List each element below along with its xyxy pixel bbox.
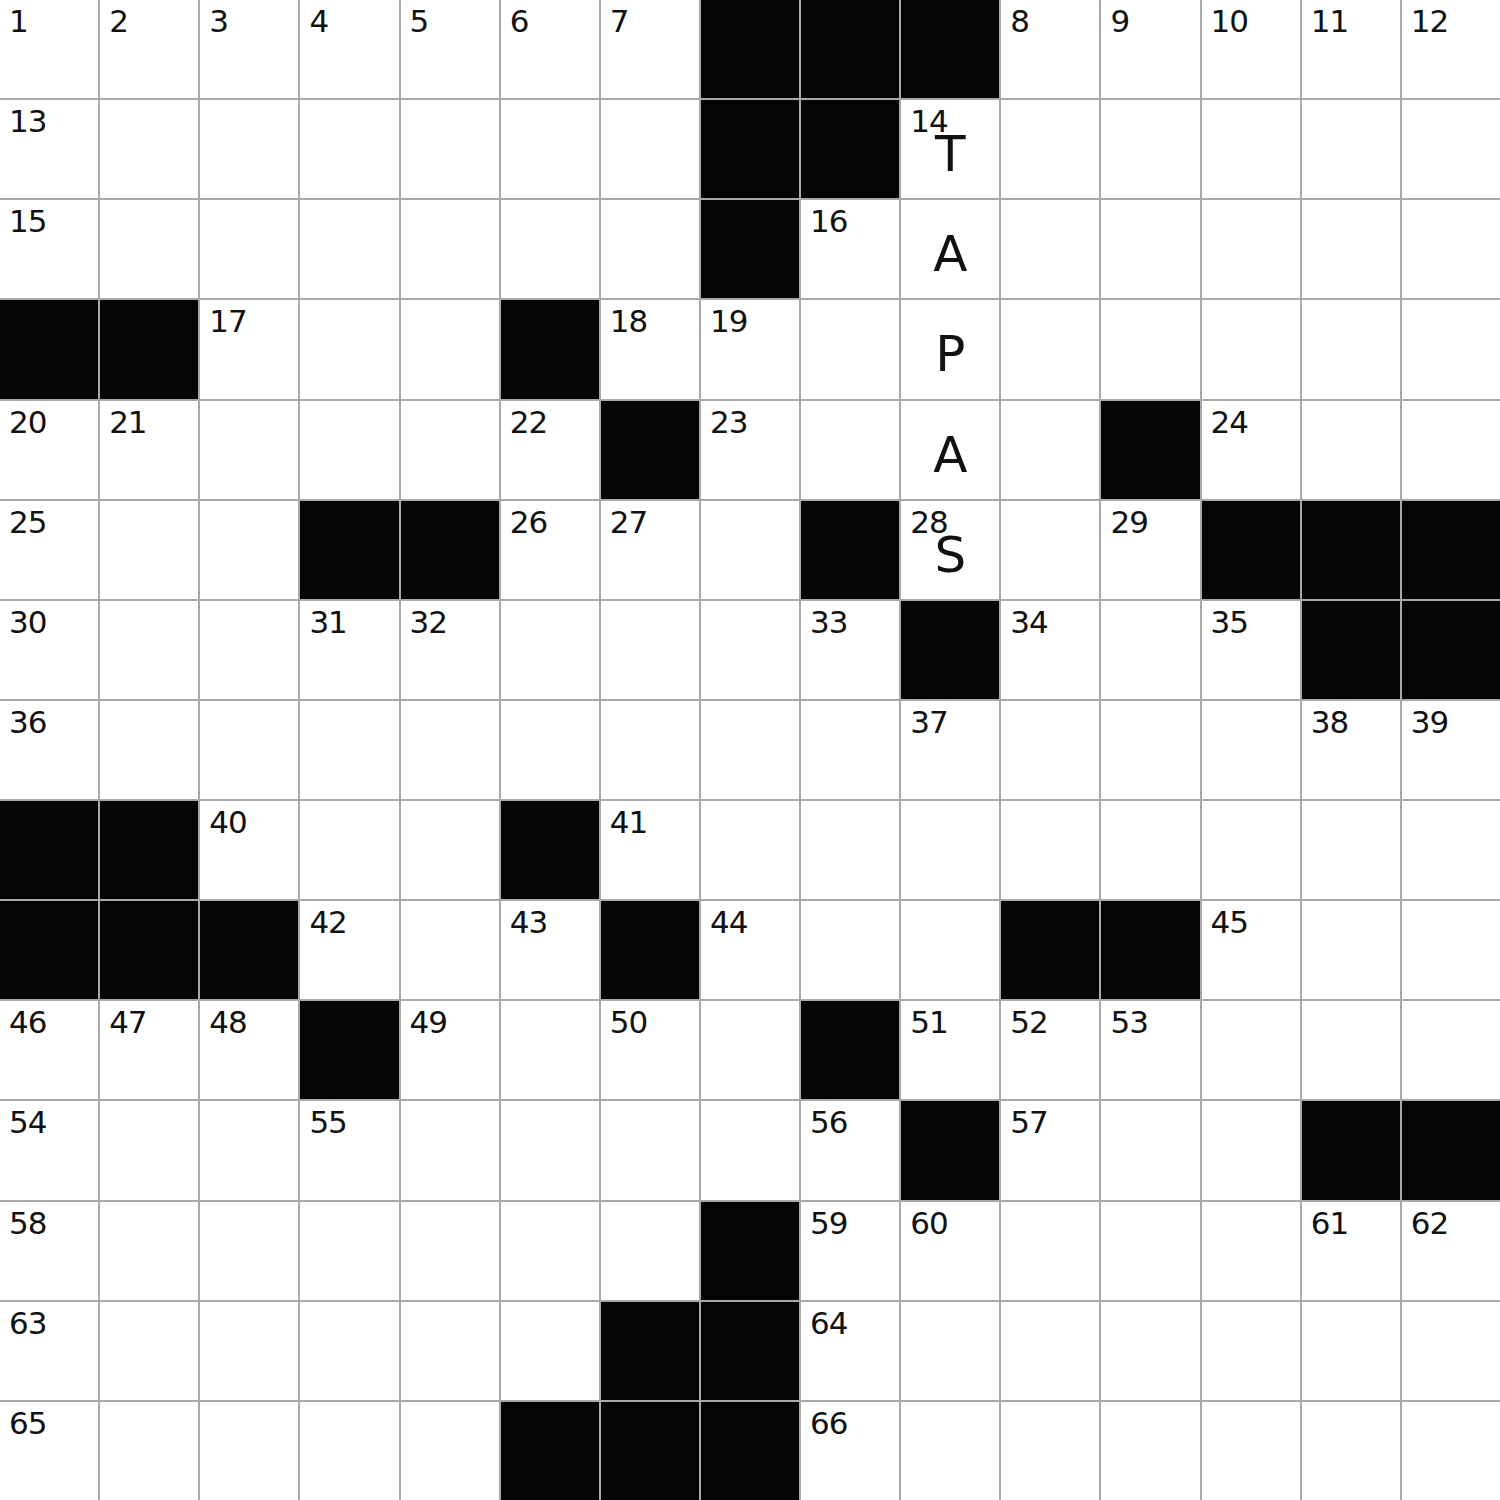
grid-cell[interactable] — [1402, 801, 1500, 899]
clue-number: 2 — [109, 6, 128, 37]
grid-cell[interactable] — [701, 501, 799, 599]
clue-number: 64 — [810, 1308, 847, 1339]
block-cell — [801, 0, 899, 98]
clue-number: 17 — [209, 306, 246, 337]
block-cell — [1302, 601, 1400, 699]
grid-cell[interactable] — [1302, 1001, 1400, 1099]
clue-number: 45 — [1211, 907, 1248, 938]
cell-letter: A — [901, 401, 999, 499]
grid-cell[interactable]: 5 — [401, 0, 499, 98]
clue-number: 59 — [810, 1208, 847, 1239]
grid-cell[interactable]: 31 — [300, 601, 398, 699]
grid-cell[interactable] — [1202, 801, 1300, 899]
grid-cell[interactable] — [1101, 1302, 1199, 1400]
block-cell — [100, 901, 198, 999]
clue-number: 4 — [309, 6, 328, 37]
grid-cell[interactable]: 40 — [200, 801, 298, 899]
block-cell — [1101, 901, 1199, 999]
grid-cell[interactable]: 18 — [601, 300, 699, 398]
grid-cell[interactable]: 63 — [0, 1302, 98, 1400]
block-cell — [1101, 401, 1199, 499]
grid-cell[interactable]: 8 — [1001, 0, 1099, 98]
clue-number: 11 — [1311, 6, 1348, 37]
clue-number: 48 — [209, 1007, 246, 1038]
clue-number: 24 — [1211, 407, 1248, 438]
grid-cell[interactable]: 54 — [0, 1101, 98, 1199]
clue-number: 52 — [1010, 1007, 1047, 1038]
grid-cell[interactable] — [401, 300, 499, 398]
grid-cell[interactable]: 21 — [100, 401, 198, 499]
grid-cell[interactable] — [1202, 701, 1300, 799]
grid-cell[interactable]: A — [901, 401, 999, 499]
grid-cell[interactable] — [100, 701, 198, 799]
grid-cell[interactable] — [300, 100, 398, 198]
grid-cell[interactable] — [1302, 1302, 1400, 1400]
clue-number: 6 — [510, 6, 529, 37]
grid-cell[interactable] — [1202, 1302, 1300, 1400]
clue-number: 56 — [810, 1107, 847, 1138]
grid-cell[interactable] — [601, 1202, 699, 1300]
grid-cell[interactable] — [1101, 200, 1199, 298]
clue-number: 15 — [9, 206, 46, 237]
block-cell — [1402, 501, 1500, 599]
grid-cell[interactable] — [401, 901, 499, 999]
grid-cell[interactable] — [1001, 801, 1099, 899]
clue-number: 27 — [610, 507, 647, 538]
grid-cell[interactable] — [300, 1302, 398, 1400]
block-cell — [801, 501, 899, 599]
clue-number: 61 — [1311, 1208, 1348, 1239]
clue-number: 41 — [610, 807, 647, 838]
grid-cell[interactable] — [1101, 100, 1199, 198]
clue-number: 38 — [1311, 707, 1348, 738]
grid-cell[interactable]: 12 — [1402, 0, 1500, 98]
clue-number: 30 — [9, 607, 46, 638]
grid-cell[interactable] — [1101, 1402, 1199, 1500]
grid-cell[interactable]: P — [901, 300, 999, 398]
grid-cell[interactable] — [1101, 701, 1199, 799]
grid-cell[interactable]: 65 — [0, 1402, 98, 1500]
grid-cell[interactable] — [1402, 1302, 1500, 1400]
grid-cell[interactable]: 58 — [0, 1202, 98, 1300]
grid-cell[interactable] — [200, 701, 298, 799]
grid-cell[interactable]: 38 — [1302, 701, 1400, 799]
clue-number: 29 — [1110, 507, 1147, 538]
grid-cell[interactable]: 6 — [501, 0, 599, 98]
grid-cell[interactable]: 60 — [901, 1202, 999, 1300]
grid-cell[interactable] — [701, 601, 799, 699]
block-cell — [601, 401, 699, 499]
grid-cell[interactable]: 28S — [901, 501, 999, 599]
block-cell — [601, 1302, 699, 1400]
grid-cell[interactable] — [401, 1101, 499, 1199]
grid-cell[interactable]: 30 — [0, 601, 98, 699]
clue-number: 26 — [510, 507, 547, 538]
grid-cell[interactable]: 26 — [501, 501, 599, 599]
clue-number: 62 — [1411, 1208, 1448, 1239]
clue-number: 32 — [410, 607, 447, 638]
grid-cell[interactable] — [801, 300, 899, 398]
clue-number: 54 — [9, 1107, 46, 1138]
clue-number: 20 — [9, 407, 46, 438]
grid-cell[interactable] — [300, 1202, 398, 1300]
clue-number: 49 — [410, 1007, 447, 1038]
clue-number: 65 — [9, 1408, 46, 1439]
grid-cell[interactable] — [401, 1402, 499, 1500]
block-cell — [401, 501, 499, 599]
grid-cell[interactable]: 4 — [300, 0, 398, 98]
grid-cell[interactable] — [501, 1001, 599, 1099]
clue-number: 58 — [9, 1208, 46, 1239]
grid-cell[interactable] — [200, 1101, 298, 1199]
clue-number: 51 — [910, 1007, 947, 1038]
clue-number: 9 — [1110, 6, 1129, 37]
grid-cell[interactable]: 33 — [801, 601, 899, 699]
block-cell — [701, 0, 799, 98]
grid-cell[interactable] — [501, 200, 599, 298]
clue-number: 18 — [610, 306, 647, 337]
grid-cell[interactable] — [1302, 300, 1400, 398]
grid-cell[interactable] — [601, 1101, 699, 1199]
grid-cell[interactable]: 16 — [801, 200, 899, 298]
grid-cell[interactable]: 35 — [1202, 601, 1300, 699]
block-cell — [901, 601, 999, 699]
grid-cell[interactable] — [1402, 1001, 1500, 1099]
grid-cell[interactable] — [1202, 1001, 1300, 1099]
block-cell — [1402, 1101, 1500, 1199]
grid-cell[interactable] — [200, 200, 298, 298]
clue-number: 44 — [710, 907, 747, 938]
grid-cell[interactable]: 27 — [601, 501, 699, 599]
grid-cell[interactable] — [1101, 300, 1199, 398]
grid-cell[interactable]: 46 — [0, 1001, 98, 1099]
crossword-grid: 1234567891011121314T1516A171819P20212223… — [0, 0, 1500, 1500]
grid-cell[interactable] — [200, 1302, 298, 1400]
grid-cell[interactable] — [300, 1402, 398, 1500]
cell-letter: A — [901, 200, 999, 298]
grid-cell[interactable]: 7 — [601, 0, 699, 98]
grid-cell[interactable]: 53 — [1101, 1001, 1199, 1099]
grid-cell[interactable] — [801, 401, 899, 499]
grid-cell[interactable]: 11 — [1302, 0, 1400, 98]
grid-cell[interactable] — [1101, 601, 1199, 699]
block-cell — [501, 801, 599, 899]
grid-cell[interactable] — [300, 300, 398, 398]
grid-cell[interactable] — [501, 1302, 599, 1400]
block-cell — [0, 801, 98, 899]
grid-cell[interactable] — [501, 601, 599, 699]
block-cell — [1402, 601, 1500, 699]
clue-number: 50 — [610, 1007, 647, 1038]
block-cell — [701, 100, 799, 198]
grid-cell[interactable] — [1202, 1202, 1300, 1300]
grid-cell[interactable]: 56 — [801, 1101, 899, 1199]
grid-cell[interactable]: 9 — [1101, 0, 1199, 98]
grid-cell[interactable]: 42 — [300, 901, 398, 999]
clue-number: 60 — [910, 1208, 947, 1239]
grid-cell[interactable] — [401, 1302, 499, 1400]
grid-cell[interactable] — [1202, 300, 1300, 398]
grid-cell[interactable]: 66 — [801, 1402, 899, 1500]
grid-cell[interactable]: 59 — [801, 1202, 899, 1300]
grid-cell[interactable] — [1101, 801, 1199, 899]
grid-cell[interactable]: 51 — [901, 1001, 999, 1099]
block-cell — [901, 0, 999, 98]
grid-cell[interactable] — [200, 501, 298, 599]
grid-cell[interactable] — [1302, 200, 1400, 298]
grid-cell[interactable]: 47 — [100, 1001, 198, 1099]
grid-cell[interactable] — [901, 1402, 999, 1500]
grid-cell[interactable]: 22 — [501, 401, 599, 499]
grid-cell[interactable] — [1001, 501, 1099, 599]
block-cell — [100, 300, 198, 398]
block-cell — [901, 1101, 999, 1199]
block-cell — [1202, 501, 1300, 599]
clue-number: 34 — [1010, 607, 1047, 638]
grid-cell[interactable] — [1302, 401, 1400, 499]
grid-cell[interactable] — [901, 1302, 999, 1400]
grid-cell[interactable] — [200, 601, 298, 699]
grid-cell[interactable]: 24 — [1202, 401, 1300, 499]
grid-cell[interactable]: 49 — [401, 1001, 499, 1099]
grid-cell[interactable]: 3 — [200, 0, 298, 98]
grid-cell[interactable] — [601, 200, 699, 298]
grid-cell[interactable]: 41 — [601, 801, 699, 899]
grid-cell[interactable]: 57 — [1001, 1101, 1099, 1199]
grid-cell[interactable] — [401, 401, 499, 499]
grid-cell[interactable] — [100, 1101, 198, 1199]
clue-number: 16 — [810, 206, 847, 237]
clue-number: 25 — [9, 507, 46, 538]
grid-cell[interactable] — [1402, 300, 1500, 398]
grid-cell[interactable] — [1302, 1402, 1400, 1500]
block-cell — [801, 1001, 899, 1099]
grid-cell[interactable]: 45 — [1202, 901, 1300, 999]
grid-cell[interactable] — [1001, 1202, 1099, 1300]
clue-number: 12 — [1411, 6, 1448, 37]
grid-cell[interactable] — [100, 200, 198, 298]
grid-cell[interactable] — [200, 100, 298, 198]
grid-cell[interactable] — [901, 801, 999, 899]
grid-cell[interactable] — [1402, 401, 1500, 499]
block-cell — [1302, 501, 1400, 599]
grid-cell[interactable] — [1202, 100, 1300, 198]
grid-cell[interactable] — [901, 901, 999, 999]
grid-cell[interactable] — [1402, 100, 1500, 198]
grid-cell[interactable]: 62 — [1402, 1202, 1500, 1300]
block-cell — [100, 801, 198, 899]
clue-number: 22 — [510, 407, 547, 438]
grid-cell[interactable] — [501, 100, 599, 198]
grid-cell[interactable]: 32 — [401, 601, 499, 699]
grid-cell[interactable] — [701, 1001, 799, 1099]
grid-cell[interactable] — [1402, 1402, 1500, 1500]
grid-cell[interactable] — [401, 100, 499, 198]
grid-cell[interactable] — [401, 701, 499, 799]
block-cell — [300, 501, 398, 599]
clue-number: 8 — [1010, 6, 1029, 37]
grid-cell[interactable] — [801, 701, 899, 799]
clue-number: 46 — [9, 1007, 46, 1038]
clue-number: 23 — [710, 407, 747, 438]
block-cell — [1001, 901, 1099, 999]
block-cell — [701, 1202, 799, 1300]
clue-number: 35 — [1211, 607, 1248, 638]
grid-cell[interactable]: 20 — [0, 401, 98, 499]
grid-cell[interactable]: 2 — [100, 0, 198, 98]
grid-cell[interactable]: 34 — [1001, 601, 1099, 699]
grid-cell[interactable] — [200, 1402, 298, 1500]
block-cell — [701, 200, 799, 298]
grid-cell[interactable]: 13 — [0, 100, 98, 198]
grid-cell[interactable]: 43 — [501, 901, 599, 999]
block-cell — [801, 100, 899, 198]
clue-number: 40 — [209, 807, 246, 838]
block-cell — [601, 1402, 699, 1500]
clue-number: 13 — [9, 106, 46, 137]
grid-cell[interactable] — [1001, 200, 1099, 298]
grid-cell[interactable]: 1 — [0, 0, 98, 98]
grid-cell[interactable]: 19 — [701, 300, 799, 398]
grid-cell[interactable]: 50 — [601, 1001, 699, 1099]
clue-number: 53 — [1110, 1007, 1147, 1038]
grid-cell[interactable] — [1001, 300, 1099, 398]
cell-letter: T — [901, 100, 999, 198]
grid-cell[interactable] — [1302, 901, 1400, 999]
grid-cell[interactable] — [701, 701, 799, 799]
grid-cell[interactable] — [601, 601, 699, 699]
clue-number: 7 — [610, 6, 629, 37]
grid-cell[interactable] — [1101, 1101, 1199, 1199]
grid-cell[interactable] — [300, 200, 398, 298]
grid-cell[interactable]: 23 — [701, 401, 799, 499]
grid-cell[interactable]: 15 — [0, 200, 98, 298]
grid-cell[interactable]: 64 — [801, 1302, 899, 1400]
grid-cell[interactable] — [501, 1101, 599, 1199]
clue-number: 33 — [810, 607, 847, 638]
grid-cell[interactable] — [1101, 1202, 1199, 1300]
grid-cell[interactable] — [401, 801, 499, 899]
clue-number: 19 — [710, 306, 747, 337]
grid-cell[interactable] — [501, 701, 599, 799]
grid-cell[interactable] — [1001, 100, 1099, 198]
block-cell — [501, 1402, 599, 1500]
grid-cell[interactable] — [701, 1101, 799, 1199]
grid-cell[interactable] — [1001, 701, 1099, 799]
clue-number: 39 — [1411, 707, 1448, 738]
grid-cell[interactable] — [601, 100, 699, 198]
block-cell — [0, 300, 98, 398]
grid-cell[interactable] — [1302, 801, 1400, 899]
grid-cell[interactable] — [1202, 1402, 1300, 1500]
clue-number: 63 — [9, 1308, 46, 1339]
grid-cell[interactable] — [1402, 901, 1500, 999]
grid-cell[interactable] — [300, 701, 398, 799]
block-cell — [200, 901, 298, 999]
cell-letter: P — [901, 300, 999, 398]
grid-cell[interactable] — [200, 401, 298, 499]
clue-number: 42 — [309, 907, 346, 938]
grid-cell[interactable] — [401, 200, 499, 298]
grid-cell[interactable]: 44 — [701, 901, 799, 999]
clue-number: 43 — [510, 907, 547, 938]
grid-cell[interactable]: 61 — [1302, 1202, 1400, 1300]
grid-cell[interactable] — [1001, 1402, 1099, 1500]
grid-cell[interactable] — [200, 1202, 298, 1300]
clue-number: 57 — [1010, 1107, 1047, 1138]
grid-cell[interactable] — [100, 1302, 198, 1400]
grid-cell[interactable]: 55 — [300, 1101, 398, 1199]
clue-number: 66 — [810, 1408, 847, 1439]
clue-number: 3 — [209, 6, 228, 37]
grid-cell[interactable]: 10 — [1202, 0, 1300, 98]
grid-cell[interactable] — [100, 601, 198, 699]
grid-cell[interactable] — [300, 801, 398, 899]
clue-number: 5 — [410, 6, 429, 37]
grid-cell[interactable] — [1302, 100, 1400, 198]
grid-cell[interactable] — [100, 100, 198, 198]
clue-number: 37 — [910, 707, 947, 738]
grid-cell[interactable] — [100, 1402, 198, 1500]
grid-cell[interactable]: 17 — [200, 300, 298, 398]
clue-number: 1 — [9, 6, 28, 37]
block-cell — [300, 1001, 398, 1099]
grid-cell[interactable] — [501, 1202, 599, 1300]
cell-letter: S — [901, 501, 999, 599]
grid-cell[interactable]: 29 — [1101, 501, 1199, 599]
clue-number: 31 — [309, 607, 346, 638]
grid-cell[interactable] — [1001, 1302, 1099, 1400]
grid-cell[interactable] — [1202, 1101, 1300, 1199]
grid-cell[interactable] — [1001, 401, 1099, 499]
block-cell — [1302, 1101, 1400, 1199]
block-cell — [701, 1402, 799, 1500]
grid-cell[interactable]: 37 — [901, 701, 999, 799]
grid-cell[interactable] — [1402, 200, 1500, 298]
clue-number: 21 — [109, 407, 146, 438]
grid-cell[interactable]: 48 — [200, 1001, 298, 1099]
grid-cell[interactable] — [1202, 200, 1300, 298]
grid-cell[interactable]: 52 — [1001, 1001, 1099, 1099]
grid-cell[interactable]: A — [901, 200, 999, 298]
block-cell — [0, 901, 98, 999]
grid-cell[interactable] — [601, 701, 699, 799]
clue-number: 10 — [1211, 6, 1248, 37]
grid-cell[interactable] — [100, 501, 198, 599]
clue-number: 36 — [9, 707, 46, 738]
grid-cell[interactable] — [701, 801, 799, 899]
grid-cell[interactable]: 36 — [0, 701, 98, 799]
grid-cell[interactable] — [100, 1202, 198, 1300]
grid-cell[interactable] — [801, 801, 899, 899]
block-cell — [601, 901, 699, 999]
grid-cell[interactable] — [401, 1202, 499, 1300]
grid-cell[interactable]: 39 — [1402, 701, 1500, 799]
block-cell — [501, 300, 599, 398]
grid-cell[interactable]: 14T — [901, 100, 999, 198]
clue-number: 55 — [309, 1107, 346, 1138]
grid-cell[interactable] — [801, 901, 899, 999]
grid-cell[interactable] — [300, 401, 398, 499]
grid-cell[interactable]: 25 — [0, 501, 98, 599]
block-cell — [701, 1302, 799, 1400]
clue-number: 47 — [109, 1007, 146, 1038]
